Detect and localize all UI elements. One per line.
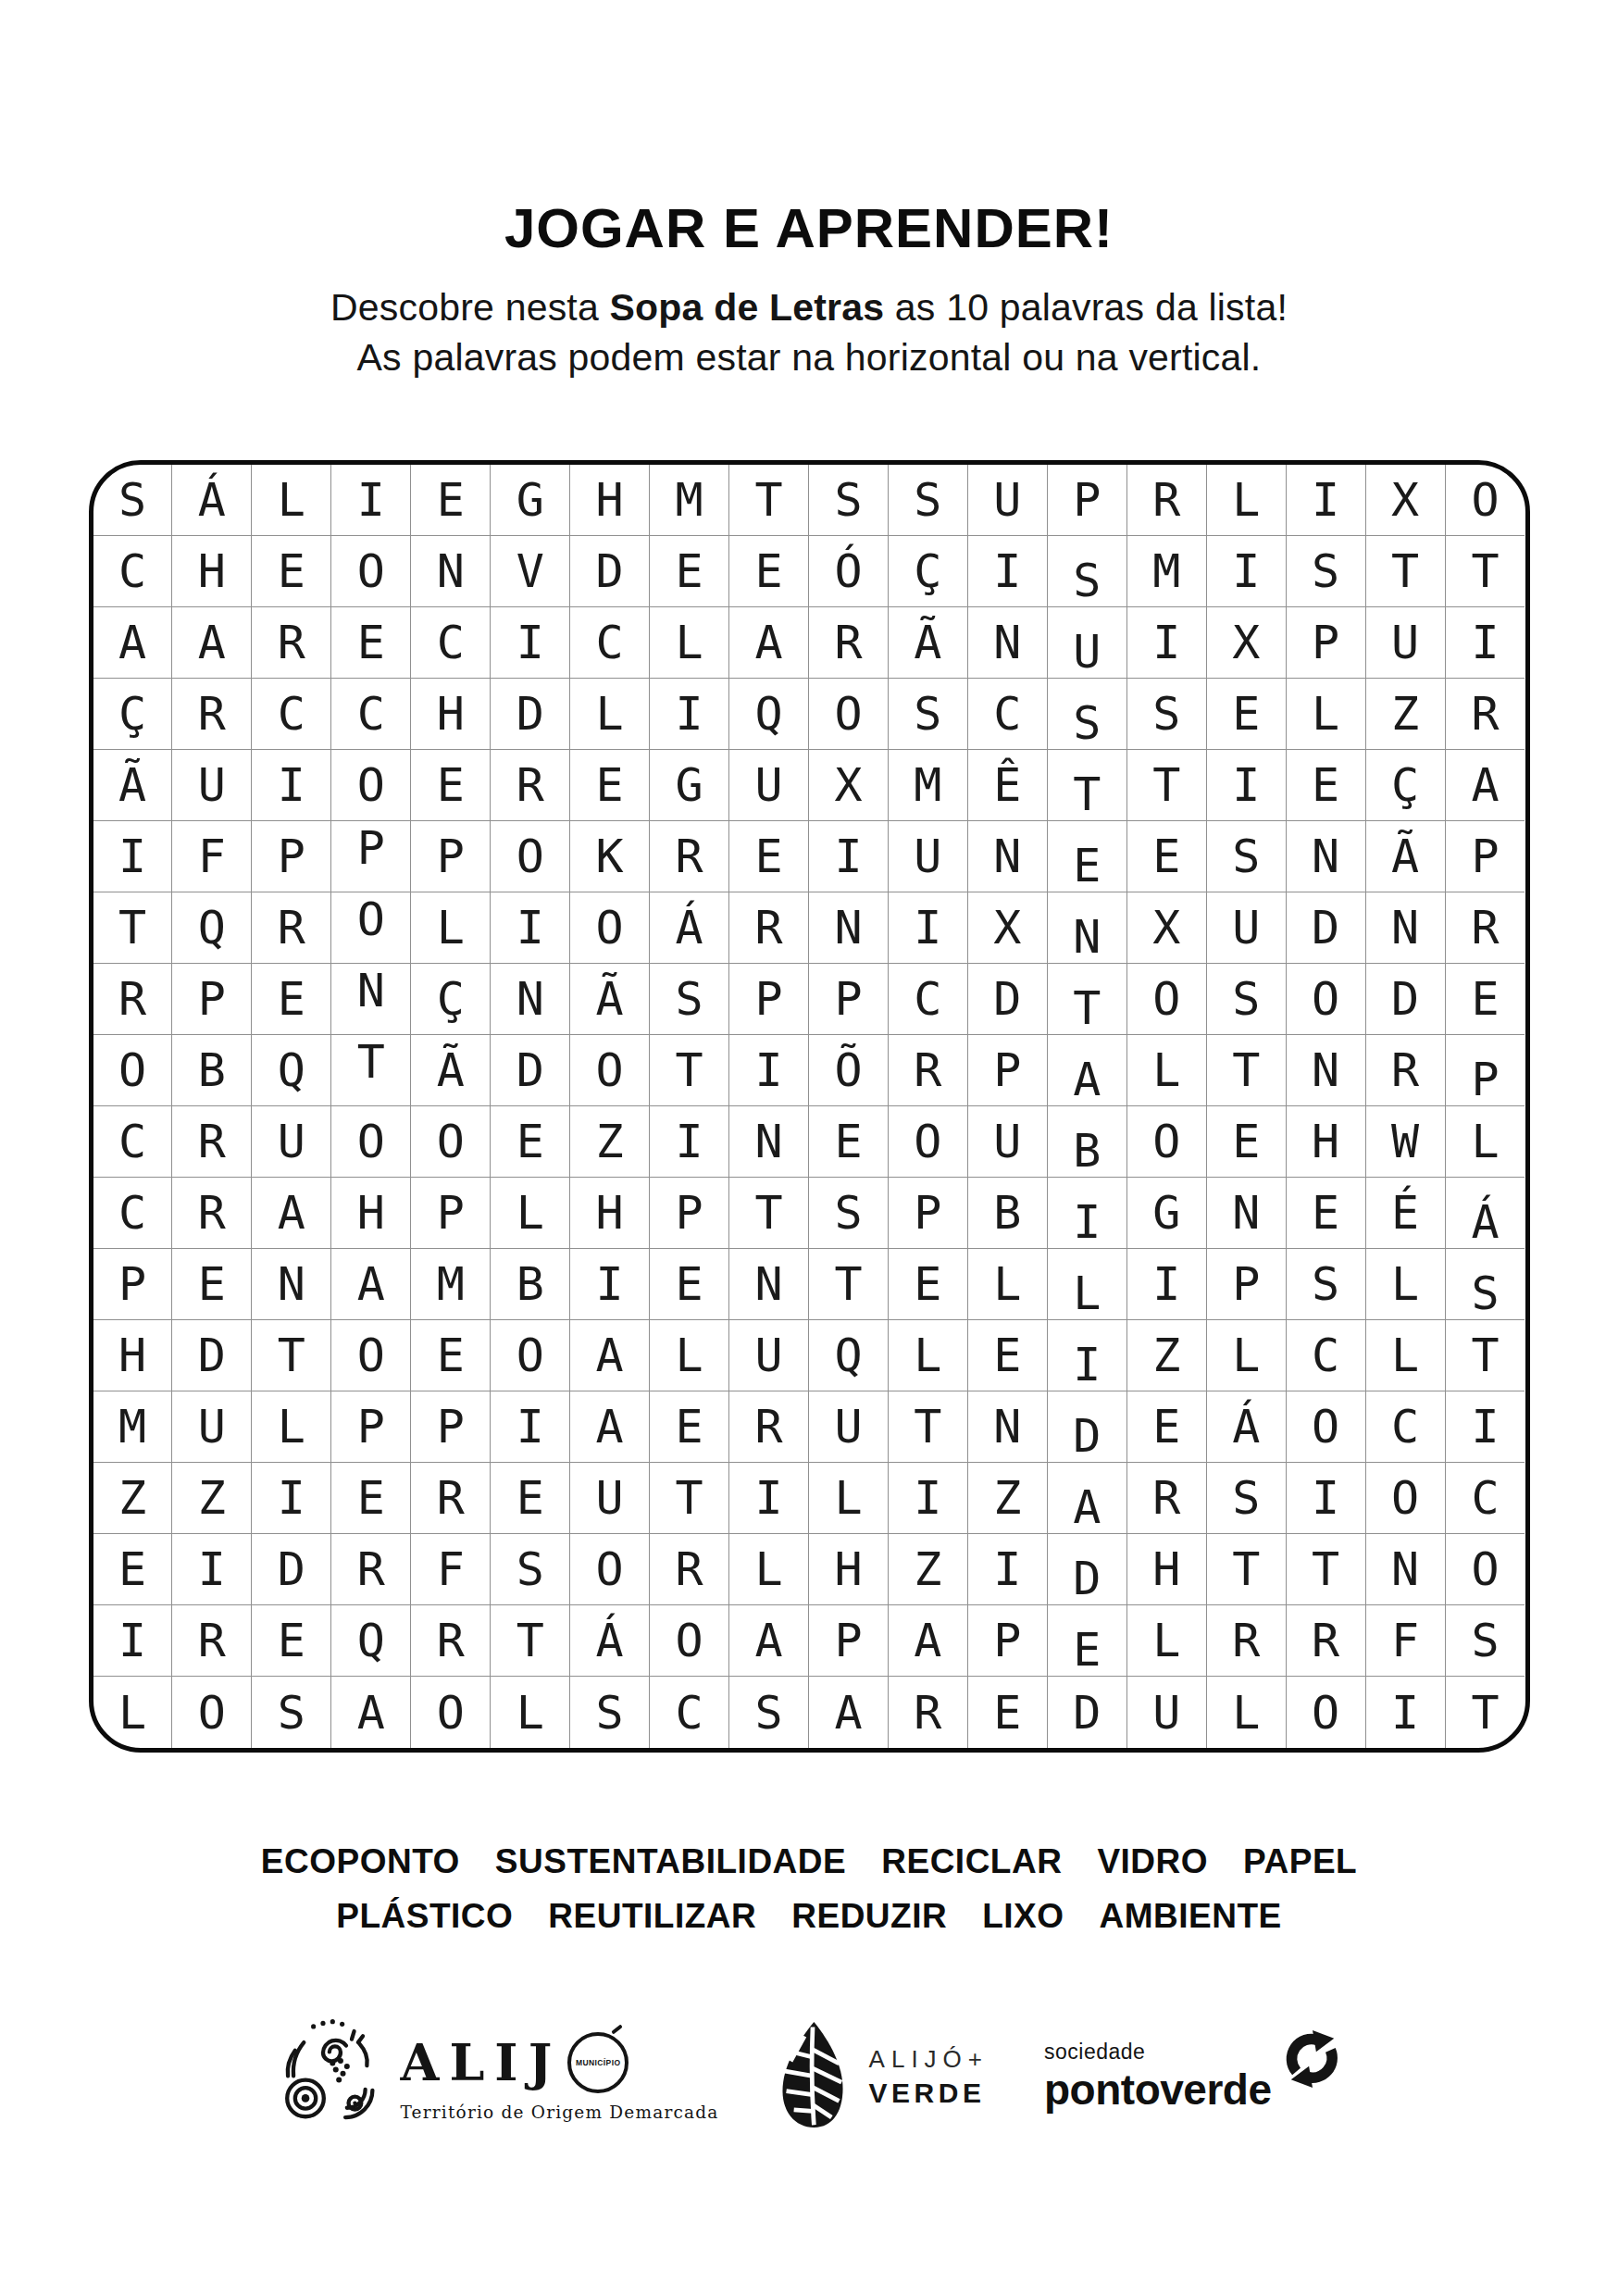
grid-cell[interactable]: C <box>650 1677 729 1748</box>
grid-cell[interactable]: M <box>411 1249 491 1320</box>
grid-cell[interactable]: U <box>889 821 968 892</box>
grid-cell[interactable]: Z <box>93 1463 173 1534</box>
grid-cell[interactable]: U <box>570 1463 650 1534</box>
grid-cell[interactable]: A <box>172 607 252 679</box>
grid-cell[interactable]: S <box>1207 964 1287 1035</box>
grid-cell[interactable]: C <box>411 607 491 679</box>
grid-cell[interactable]: L <box>1207 1677 1287 1748</box>
grid-cell[interactable]: O <box>809 679 889 750</box>
grid-cell[interactable]: I <box>1048 1178 1127 1249</box>
grid-cell[interactable]: N <box>491 964 570 1035</box>
grid-cell[interactable]: T <box>729 465 809 536</box>
grid-cell[interactable]: I <box>1127 1249 1207 1320</box>
grid-cell[interactable]: E <box>491 1106 570 1178</box>
grid-cell[interactable]: E <box>1446 964 1525 1035</box>
grid-cell[interactable]: I <box>809 821 889 892</box>
grid-cell[interactable]: C <box>93 1178 173 1249</box>
grid-cell[interactable]: D <box>172 1320 252 1391</box>
grid-cell[interactable]: R <box>172 1106 252 1178</box>
grid-cell[interactable]: O <box>1287 1391 1366 1463</box>
grid-cell[interactable]: Q <box>729 679 809 750</box>
grid-cell[interactable]: B <box>172 1035 252 1106</box>
grid-cell[interactable]: E <box>889 1249 968 1320</box>
grid-cell[interactable]: T <box>650 1035 729 1106</box>
grid-cell[interactable]: U <box>968 465 1048 536</box>
grid-cell[interactable]: U <box>1127 1677 1207 1748</box>
grid-cell[interactable]: R <box>1366 1035 1446 1106</box>
grid-cell[interactable]: D <box>1287 892 1366 964</box>
grid-cell[interactable]: Q <box>809 1320 889 1391</box>
grid-cell[interactable]: S <box>889 465 968 536</box>
grid-cell[interactable]: P <box>1446 821 1525 892</box>
grid-cell[interactable]: N <box>331 964 411 1035</box>
grid-cell[interactable]: N <box>968 607 1048 679</box>
grid-cell[interactable]: T <box>491 1605 570 1677</box>
grid-cell[interactable]: L <box>1446 1106 1525 1178</box>
grid-cell[interactable]: K <box>570 821 650 892</box>
grid-cell[interactable]: É <box>1366 1178 1446 1249</box>
grid-cell[interactable]: I <box>1446 607 1525 679</box>
grid-cell[interactable]: L <box>570 679 650 750</box>
grid-cell[interactable]: O <box>331 1106 411 1178</box>
grid-cell[interactable]: L <box>411 892 491 964</box>
grid-cell[interactable]: P <box>809 964 889 1035</box>
grid-cell[interactable]: T <box>252 1320 331 1391</box>
grid-cell[interactable]: Ã <box>93 750 173 821</box>
grid-cell[interactable]: P <box>93 1249 173 1320</box>
grid-cell[interactable]: N <box>1048 892 1127 964</box>
grid-cell[interactable]: U <box>172 750 252 821</box>
grid-cell[interactable]: R <box>172 679 252 750</box>
grid-cell[interactable]: I <box>729 1463 809 1534</box>
grid-cell[interactable]: Q <box>172 892 252 964</box>
grid-cell[interactable]: E <box>1287 750 1366 821</box>
grid-cell[interactable]: P <box>968 1605 1048 1677</box>
grid-cell[interactable]: S <box>1446 1605 1525 1677</box>
grid-cell[interactable]: T <box>729 1178 809 1249</box>
grid-cell[interactable]: N <box>1287 1035 1366 1106</box>
grid-cell[interactable]: R <box>729 892 809 964</box>
grid-cell[interactable]: C <box>93 536 173 607</box>
grid-cell[interactable]: C <box>331 679 411 750</box>
grid-cell[interactable]: C <box>889 964 968 1035</box>
grid-cell[interactable]: A <box>1446 750 1525 821</box>
grid-cell[interactable]: T <box>1207 1534 1287 1605</box>
grid-cell[interactable]: O <box>411 1106 491 1178</box>
grid-cell[interactable]: S <box>1287 1249 1366 1320</box>
grid-cell[interactable]: A <box>252 1178 331 1249</box>
grid-cell[interactable]: S <box>1207 1463 1287 1534</box>
grid-cell[interactable]: I <box>252 750 331 821</box>
grid-cell[interactable]: P <box>172 964 252 1035</box>
grid-cell[interactable]: N <box>1287 821 1366 892</box>
grid-cell[interactable]: R <box>889 1035 968 1106</box>
grid-cell[interactable]: L <box>1366 1249 1446 1320</box>
grid-cell[interactable]: N <box>968 1391 1048 1463</box>
grid-cell[interactable]: L <box>1207 465 1287 536</box>
grid-cell[interactable]: I <box>1048 1320 1127 1391</box>
grid-cell[interactable]: Z <box>570 1106 650 1178</box>
grid-cell[interactable]: O <box>1127 1106 1207 1178</box>
grid-cell[interactable]: R <box>411 1605 491 1677</box>
grid-cell[interactable]: Z <box>1366 679 1446 750</box>
grid-cell[interactable]: I <box>1366 1677 1446 1748</box>
grid-cell[interactable]: L <box>1127 1035 1207 1106</box>
grid-cell[interactable]: P <box>252 821 331 892</box>
grid-cell[interactable]: A <box>570 1320 650 1391</box>
grid-cell[interactable]: H <box>1127 1534 1207 1605</box>
grid-cell[interactable]: Ê <box>968 750 1048 821</box>
grid-cell[interactable]: E <box>809 1106 889 1178</box>
grid-cell[interactable]: E <box>650 536 729 607</box>
grid-cell[interactable]: Ç <box>1366 750 1446 821</box>
grid-cell[interactable]: R <box>1207 1605 1287 1677</box>
grid-cell[interactable]: U <box>968 1106 1048 1178</box>
grid-cell[interactable]: I <box>491 607 570 679</box>
grid-cell[interactable]: E <box>172 1249 252 1320</box>
grid-cell[interactable]: L <box>1048 1249 1127 1320</box>
grid-cell[interactable]: Á <box>1207 1391 1287 1463</box>
grid-cell[interactable]: E <box>650 1249 729 1320</box>
grid-cell[interactable]: R <box>650 1534 729 1605</box>
grid-cell[interactable]: M <box>1127 536 1207 607</box>
grid-cell[interactable]: O <box>331 750 411 821</box>
grid-cell[interactable]: H <box>93 1320 173 1391</box>
grid-cell[interactable]: D <box>1048 1677 1127 1748</box>
grid-cell[interactable]: E <box>252 1605 331 1677</box>
grid-cell[interactable]: S <box>93 465 173 536</box>
grid-cell[interactable]: A <box>1048 1463 1127 1534</box>
grid-cell[interactable]: U <box>1048 607 1127 679</box>
grid-cell[interactable]: E <box>491 1463 570 1534</box>
grid-cell[interactable]: R <box>809 607 889 679</box>
grid-cell[interactable]: S <box>1048 679 1127 750</box>
grid-cell[interactable]: H <box>411 679 491 750</box>
grid-cell[interactable]: I <box>331 465 411 536</box>
grid-cell[interactable]: P <box>650 1178 729 1249</box>
grid-cell[interactable]: E <box>1207 679 1287 750</box>
grid-cell[interactable]: O <box>331 892 411 964</box>
grid-cell[interactable]: P <box>411 1178 491 1249</box>
grid-cell[interactable]: P <box>809 1605 889 1677</box>
grid-cell[interactable]: E <box>1048 821 1127 892</box>
grid-cell[interactable]: I <box>491 892 570 964</box>
grid-cell[interactable]: L <box>729 1534 809 1605</box>
grid-cell[interactable]: O <box>1446 1534 1525 1605</box>
grid-cell[interactable]: F <box>411 1534 491 1605</box>
grid-cell[interactable]: E <box>729 536 809 607</box>
grid-cell[interactable]: L <box>889 1320 968 1391</box>
grid-cell[interactable]: Ç <box>411 964 491 1035</box>
grid-cell[interactable]: C <box>252 679 331 750</box>
grid-cell[interactable]: E <box>968 1677 1048 1748</box>
grid-cell[interactable]: Á <box>570 1605 650 1677</box>
grid-cell[interactable]: Ã <box>411 1035 491 1106</box>
grid-cell[interactable]: E <box>1127 1391 1207 1463</box>
grid-cell[interactable]: S <box>809 1178 889 1249</box>
grid-cell[interactable]: U <box>1207 892 1287 964</box>
grid-cell[interactable]: U <box>172 1391 252 1463</box>
grid-cell[interactable]: E <box>1127 821 1207 892</box>
grid-cell[interactable]: A <box>729 1605 809 1677</box>
grid-cell[interactable]: D <box>1048 1391 1127 1463</box>
grid-cell[interactable]: O <box>1127 964 1207 1035</box>
grid-cell[interactable]: O <box>331 1320 411 1391</box>
grid-cell[interactable]: N <box>729 1106 809 1178</box>
grid-cell[interactable]: O <box>411 1677 491 1748</box>
grid-cell[interactable]: S <box>809 465 889 536</box>
grid-cell[interactable]: N <box>729 1249 809 1320</box>
grid-cell[interactable]: L <box>93 1677 173 1748</box>
grid-cell[interactable]: Ã <box>570 964 650 1035</box>
grid-cell[interactable]: U <box>729 750 809 821</box>
grid-cell[interactable]: O <box>570 1534 650 1605</box>
grid-cell[interactable]: T <box>1366 536 1446 607</box>
grid-cell[interactable]: R <box>93 964 173 1035</box>
grid-cell[interactable]: S <box>729 1677 809 1748</box>
grid-cell[interactable]: E <box>968 1320 1048 1391</box>
grid-cell[interactable]: R <box>331 1534 411 1605</box>
grid-cell[interactable]: I <box>93 1605 173 1677</box>
grid-cell[interactable]: Q <box>331 1605 411 1677</box>
grid-cell[interactable]: P <box>1287 607 1366 679</box>
grid-cell[interactable]: D <box>1048 1534 1127 1605</box>
grid-cell[interactable]: F <box>1366 1605 1446 1677</box>
grid-cell[interactable]: Á <box>172 465 252 536</box>
grid-cell[interactable]: H <box>570 465 650 536</box>
grid-cell[interactable]: Z <box>968 1463 1048 1534</box>
grid-cell[interactable]: T <box>1446 1320 1525 1391</box>
grid-cell[interactable]: E <box>93 1534 173 1605</box>
grid-cell[interactable]: Ç <box>889 536 968 607</box>
grid-cell[interactable]: U <box>729 1320 809 1391</box>
grid-cell[interactable]: I <box>650 679 729 750</box>
grid-cell[interactable]: L <box>968 1249 1048 1320</box>
grid-cell[interactable]: X <box>809 750 889 821</box>
grid-cell[interactable]: H <box>1287 1106 1366 1178</box>
grid-cell[interactable]: U <box>1366 607 1446 679</box>
grid-cell[interactable]: R <box>411 1463 491 1534</box>
grid-cell[interactable]: R <box>1127 1463 1207 1534</box>
grid-cell[interactable]: E <box>411 1320 491 1391</box>
grid-cell[interactable]: I <box>1287 465 1366 536</box>
grid-cell[interactable]: H <box>331 1178 411 1249</box>
grid-cell[interactable]: L <box>491 1178 570 1249</box>
grid-cell[interactable]: I <box>172 1534 252 1605</box>
grid-cell[interactable]: C <box>1366 1391 1446 1463</box>
grid-cell[interactable]: P <box>1446 1035 1525 1106</box>
grid-cell[interactable]: O <box>331 536 411 607</box>
grid-cell[interactable]: O <box>889 1106 968 1178</box>
grid-cell[interactable]: Ç <box>93 679 173 750</box>
grid-cell[interactable]: A <box>570 1391 650 1463</box>
grid-cell[interactable]: D <box>491 679 570 750</box>
grid-cell[interactable]: E <box>252 964 331 1035</box>
grid-cell[interactable]: E <box>1287 1178 1366 1249</box>
grid-cell[interactable]: N <box>1366 1534 1446 1605</box>
grid-cell[interactable]: I <box>491 1391 570 1463</box>
grid-cell[interactable]: C <box>93 1106 173 1178</box>
grid-cell[interactable]: I <box>650 1106 729 1178</box>
grid-cell[interactable]: R <box>172 1605 252 1677</box>
grid-cell[interactable]: X <box>968 892 1048 964</box>
grid-cell[interactable]: S <box>491 1534 570 1605</box>
grid-cell[interactable]: T <box>889 1391 968 1463</box>
grid-cell[interactable]: I <box>252 1463 331 1534</box>
grid-cell[interactable]: I <box>968 536 1048 607</box>
grid-cell[interactable]: L <box>252 1391 331 1463</box>
grid-cell[interactable]: X <box>1207 607 1287 679</box>
grid-cell[interactable]: T <box>93 892 173 964</box>
grid-cell[interactable]: A <box>93 607 173 679</box>
grid-cell[interactable]: P <box>889 1178 968 1249</box>
grid-cell[interactable]: E <box>1048 1605 1127 1677</box>
grid-cell[interactable]: I <box>93 821 173 892</box>
grid-cell[interactable]: R <box>1446 892 1525 964</box>
grid-cell[interactable]: O <box>1446 465 1525 536</box>
grid-cell[interactable]: T <box>1287 1534 1366 1605</box>
grid-cell[interactable]: P <box>331 1391 411 1463</box>
grid-cell[interactable]: B <box>1048 1106 1127 1178</box>
grid-cell[interactable]: O <box>570 892 650 964</box>
grid-cell[interactable]: D <box>491 1035 570 1106</box>
grid-cell[interactable]: M <box>889 750 968 821</box>
grid-cell[interactable]: Z <box>1127 1320 1207 1391</box>
grid-cell[interactable]: N <box>252 1249 331 1320</box>
grid-cell[interactable]: M <box>93 1391 173 1463</box>
grid-cell[interactable]: R <box>1446 679 1525 750</box>
grid-cell[interactable]: D <box>570 536 650 607</box>
grid-cell[interactable]: S <box>650 964 729 1035</box>
grid-cell[interactable]: R <box>491 750 570 821</box>
grid-cell[interactable]: A <box>331 1249 411 1320</box>
grid-cell[interactable]: Á <box>650 892 729 964</box>
grid-cell[interactable]: Z <box>172 1463 252 1534</box>
grid-cell[interactable]: E <box>570 750 650 821</box>
grid-cell[interactable]: N <box>809 892 889 964</box>
grid-cell[interactable]: T <box>809 1249 889 1320</box>
grid-cell[interactable]: G <box>1127 1178 1207 1249</box>
grid-cell[interactable]: L <box>252 465 331 536</box>
grid-cell[interactable]: E <box>331 1463 411 1534</box>
grid-cell[interactable]: S <box>1446 1249 1525 1320</box>
grid-cell[interactable]: A <box>1048 1035 1127 1106</box>
grid-cell[interactable]: P <box>1048 465 1127 536</box>
grid-cell[interactable]: I <box>1127 607 1207 679</box>
grid-cell[interactable]: R <box>650 821 729 892</box>
grid-cell[interactable]: L <box>809 1463 889 1534</box>
grid-cell[interactable]: Ã <box>889 607 968 679</box>
grid-cell[interactable]: O <box>1287 1677 1366 1748</box>
grid-cell[interactable]: E <box>252 536 331 607</box>
grid-cell[interactable]: S <box>570 1677 650 1748</box>
grid-cell[interactable]: D <box>252 1534 331 1605</box>
grid-cell[interactable]: C <box>1287 1320 1366 1391</box>
grid-cell[interactable]: S <box>1048 536 1127 607</box>
grid-cell[interactable]: B <box>968 1178 1048 1249</box>
grid-cell[interactable]: T <box>1127 750 1207 821</box>
grid-cell[interactable]: A <box>729 607 809 679</box>
grid-cell[interactable]: B <box>491 1249 570 1320</box>
grid-cell[interactable]: Õ <box>809 1035 889 1106</box>
grid-cell[interactable]: I <box>729 1035 809 1106</box>
grid-cell[interactable]: D <box>1366 964 1446 1035</box>
grid-cell[interactable]: O <box>491 821 570 892</box>
grid-cell[interactable]: I <box>889 1463 968 1534</box>
grid-cell[interactable]: U <box>809 1391 889 1463</box>
grid-cell[interactable]: E <box>650 1391 729 1463</box>
grid-cell[interactable]: O <box>650 1605 729 1677</box>
grid-cell[interactable]: I <box>1207 536 1287 607</box>
grid-cell[interactable]: X <box>1127 892 1207 964</box>
grid-cell[interactable]: G <box>650 750 729 821</box>
grid-cell[interactable]: S <box>252 1677 331 1748</box>
grid-cell[interactable]: L <box>1207 1320 1287 1391</box>
grid-cell[interactable]: T <box>1048 964 1127 1035</box>
grid-cell[interactable]: A <box>889 1605 968 1677</box>
grid-cell[interactable]: R <box>729 1391 809 1463</box>
grid-cell[interactable]: N <box>411 536 491 607</box>
grid-cell[interactable]: E <box>331 607 411 679</box>
grid-cell[interactable]: R <box>889 1677 968 1748</box>
grid-cell[interactable]: E <box>411 465 491 536</box>
grid-cell[interactable]: O <box>570 1035 650 1106</box>
grid-cell[interactable]: T <box>1446 536 1525 607</box>
grid-cell[interactable]: T <box>1048 750 1127 821</box>
grid-cell[interactable]: V <box>491 536 570 607</box>
grid-cell[interactable]: S <box>1207 821 1287 892</box>
grid-cell[interactable]: T <box>650 1463 729 1534</box>
grid-cell[interactable]: N <box>968 821 1048 892</box>
grid-cell[interactable]: U <box>252 1106 331 1178</box>
grid-cell[interactable]: S <box>1287 536 1366 607</box>
grid-cell[interactable]: P <box>411 821 491 892</box>
grid-cell[interactable]: E <box>411 750 491 821</box>
grid-cell[interactable]: Á <box>1446 1178 1525 1249</box>
grid-cell[interactable]: D <box>968 964 1048 1035</box>
grid-cell[interactable]: Ã <box>1366 821 1446 892</box>
grid-cell[interactable]: H <box>809 1534 889 1605</box>
grid-cell[interactable]: I <box>1207 750 1287 821</box>
grid-cell[interactable]: H <box>570 1178 650 1249</box>
grid-cell[interactable]: P <box>331 821 411 892</box>
grid-cell[interactable]: I <box>889 892 968 964</box>
grid-cell[interactable]: O <box>172 1677 252 1748</box>
grid-cell[interactable]: H <box>172 536 252 607</box>
grid-cell[interactable]: L <box>1287 679 1366 750</box>
grid-cell[interactable]: N <box>1366 892 1446 964</box>
grid-cell[interactable]: M <box>650 465 729 536</box>
grid-cell[interactable]: X <box>1366 465 1446 536</box>
grid-cell[interactable]: Q <box>252 1035 331 1106</box>
grid-cell[interactable]: C <box>570 607 650 679</box>
grid-cell[interactable]: T <box>1207 1035 1287 1106</box>
grid-cell[interactable]: I <box>968 1534 1048 1605</box>
grid-cell[interactable]: I <box>1287 1463 1366 1534</box>
grid-cell[interactable]: O <box>1366 1463 1446 1534</box>
grid-cell[interactable]: O <box>1287 964 1366 1035</box>
grid-cell[interactable]: S <box>889 679 968 750</box>
grid-cell[interactable]: R <box>1127 465 1207 536</box>
grid-cell[interactable]: T <box>331 1035 411 1106</box>
grid-cell[interactable]: A <box>809 1677 889 1748</box>
grid-cell[interactable]: E <box>729 821 809 892</box>
grid-cell[interactable]: T <box>1446 1677 1525 1748</box>
grid-cell[interactable]: W <box>1366 1106 1446 1178</box>
grid-cell[interactable]: Z <box>889 1534 968 1605</box>
grid-cell[interactable]: L <box>650 1320 729 1391</box>
grid-cell[interactable]: P <box>729 964 809 1035</box>
